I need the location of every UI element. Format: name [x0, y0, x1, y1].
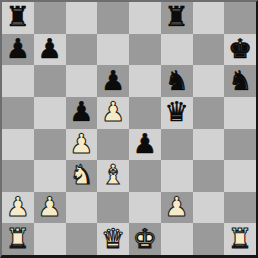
square-g4[interactable] [193, 129, 225, 161]
square-h7[interactable]: ♚ [224, 34, 256, 66]
square-d8[interactable] [97, 2, 129, 34]
piece-black-pawn-b7[interactable]: ♟ [38, 35, 62, 62]
square-h3[interactable] [224, 160, 256, 192]
square-c8[interactable] [66, 2, 98, 34]
square-b3[interactable] [34, 160, 66, 192]
piece-black-pawn-d6[interactable]: ♟ [101, 67, 125, 94]
square-a4[interactable] [2, 129, 34, 161]
square-a3[interactable] [2, 160, 34, 192]
square-g3[interactable] [193, 160, 225, 192]
square-f4[interactable] [161, 129, 193, 161]
piece-black-pawn-c5[interactable]: ♟ [69, 98, 93, 125]
square-e7[interactable] [129, 34, 161, 66]
square-c5[interactable]: ♟ [66, 97, 98, 129]
square-a7[interactable]: ♟ [2, 34, 34, 66]
square-d5[interactable]: ♟ [97, 97, 129, 129]
piece-black-king-h7[interactable]: ♚ [228, 35, 252, 62]
square-c6[interactable] [66, 65, 98, 97]
square-g5[interactable] [193, 97, 225, 129]
square-b4[interactable] [34, 129, 66, 161]
piece-white-king-e1[interactable]: ♚ [133, 225, 157, 252]
square-b5[interactable] [34, 97, 66, 129]
square-a2[interactable]: ♟ [2, 192, 34, 224]
square-h6[interactable]: ♞ [224, 65, 256, 97]
piece-white-pawn-f2[interactable]: ♟ [165, 193, 189, 220]
square-e5[interactable] [129, 97, 161, 129]
piece-white-rook-a1[interactable]: ♜ [6, 225, 30, 252]
square-e1[interactable]: ♚ [129, 223, 161, 255]
square-f6[interactable]: ♞ [161, 65, 193, 97]
square-a5[interactable] [2, 97, 34, 129]
piece-black-pawn-a7[interactable]: ♟ [6, 35, 30, 62]
square-b7[interactable]: ♟ [34, 34, 66, 66]
piece-white-pawn-a2[interactable]: ♟ [6, 193, 30, 220]
square-g2[interactable] [193, 192, 225, 224]
piece-white-pawn-b2[interactable]: ♟ [38, 193, 62, 220]
square-d6[interactable]: ♟ [97, 65, 129, 97]
square-g6[interactable] [193, 65, 225, 97]
square-g7[interactable] [193, 34, 225, 66]
square-d3[interactable]: ♝ [97, 160, 129, 192]
square-d1[interactable]: ♛ [97, 223, 129, 255]
square-b2[interactable]: ♟ [34, 192, 66, 224]
square-e2[interactable] [129, 192, 161, 224]
piece-white-queen-d1[interactable]: ♛ [101, 225, 125, 252]
piece-white-bishop-d3[interactable]: ♝ [101, 161, 125, 188]
square-h2[interactable] [224, 192, 256, 224]
square-a1[interactable]: ♜ [2, 223, 34, 255]
square-g1[interactable] [193, 223, 225, 255]
square-b6[interactable] [34, 65, 66, 97]
square-f1[interactable] [161, 223, 193, 255]
square-f2[interactable]: ♟ [161, 192, 193, 224]
square-h4[interactable] [224, 129, 256, 161]
square-a8[interactable]: ♜ [2, 2, 34, 34]
square-f5[interactable]: ♛ [161, 97, 193, 129]
square-e4[interactable]: ♟ [129, 129, 161, 161]
square-d4[interactable] [97, 129, 129, 161]
square-h1[interactable]: ♜ [224, 223, 256, 255]
square-f8[interactable]: ♜ [161, 2, 193, 34]
piece-white-rook-h1[interactable]: ♜ [228, 225, 252, 252]
square-e8[interactable] [129, 2, 161, 34]
piece-black-rook-a8[interactable]: ♜ [6, 3, 30, 30]
square-h5[interactable] [224, 97, 256, 129]
square-c7[interactable] [66, 34, 98, 66]
piece-white-pawn-d5[interactable]: ♟ [101, 98, 125, 125]
square-g8[interactable] [193, 2, 225, 34]
piece-white-knight-c3[interactable]: ♞ [69, 161, 93, 188]
piece-black-queen-f5[interactable]: ♛ [165, 98, 189, 125]
piece-black-knight-f6[interactable]: ♞ [165, 67, 189, 94]
chess-board: ♜♜♟♟♚♟♞♞♟♟♛♟♟♞♝♟♟♟♜♛♚♜ [0, 0, 258, 258]
square-d7[interactable] [97, 34, 129, 66]
piece-black-knight-h6[interactable]: ♞ [228, 67, 252, 94]
piece-white-pawn-c4[interactable]: ♟ [69, 130, 93, 157]
square-c2[interactable] [66, 192, 98, 224]
square-e6[interactable] [129, 65, 161, 97]
square-b1[interactable] [34, 223, 66, 255]
square-c1[interactable] [66, 223, 98, 255]
square-c4[interactable]: ♟ [66, 129, 98, 161]
square-h8[interactable] [224, 2, 256, 34]
square-f3[interactable] [161, 160, 193, 192]
piece-black-rook-f8[interactable]: ♜ [165, 3, 189, 30]
square-b8[interactable] [34, 2, 66, 34]
piece-black-pawn-e4[interactable]: ♟ [133, 130, 157, 157]
square-e3[interactable] [129, 160, 161, 192]
square-a6[interactable] [2, 65, 34, 97]
square-d2[interactable] [97, 192, 129, 224]
square-c3[interactable]: ♞ [66, 160, 98, 192]
square-f7[interactable] [161, 34, 193, 66]
